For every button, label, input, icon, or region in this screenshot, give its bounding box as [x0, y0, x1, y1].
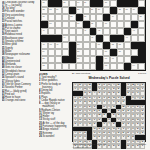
cell-number: 52 [112, 43, 114, 45]
byline: By Jack McInturff [72, 72, 90, 75]
black-square [83, 21, 90, 28]
grid-cell [76, 35, 83, 42]
grid-cell [138, 0, 145, 7]
grid-cell [62, 7, 69, 14]
cell-number: 37 [77, 22, 79, 24]
cell-number: 53 [119, 43, 121, 45]
solved-caption: Wednesday's Puzzle Solved [70, 76, 148, 80]
grid-cell [138, 21, 145, 28]
black-square [131, 21, 138, 28]
cell-number: 57 [119, 50, 121, 52]
grid-cell: 35 [138, 14, 145, 21]
grid-cell [48, 56, 55, 63]
grid-cell [48, 49, 55, 56]
grid-cell: 45 [90, 35, 97, 42]
grid-cell [131, 35, 138, 42]
grid-cell: 40 [41, 28, 48, 35]
grid-cell: 43 [131, 28, 138, 35]
grid-cell [124, 42, 131, 49]
cell-number: 38 [91, 22, 93, 24]
cell-number: 34 [112, 15, 114, 17]
grid-cell [69, 35, 76, 42]
grid-cell [83, 35, 90, 42]
grid-cell [124, 21, 131, 28]
grid-cell: 57 [117, 49, 124, 56]
cell-number: 44 [63, 36, 65, 38]
black-square [103, 42, 110, 49]
cell-number: 35 [139, 15, 141, 17]
black-square [69, 7, 76, 14]
cell-number: 43 [133, 29, 135, 31]
grid-cell: 21 [103, 0, 110, 7]
black-square [103, 14, 110, 21]
grid-cell: 50 [76, 42, 83, 49]
clue-item: 3 Prefix for body or business [39, 83, 71, 89]
cell-number: 42 [98, 29, 100, 31]
cell-number: 17 [42, 1, 44, 3]
black-square [62, 56, 69, 63]
grid-cell [62, 42, 69, 49]
cell-number: 18 [63, 1, 65, 3]
grid-cell [90, 56, 97, 63]
grid-cell [83, 7, 90, 14]
cell-number: 30 [133, 8, 135, 10]
grid-cell: 17 [41, 0, 48, 7]
black-square [55, 35, 62, 42]
grid-cell [110, 28, 117, 35]
grid-cell [69, 21, 76, 28]
cell-number: 33 [84, 15, 86, 17]
black-square [41, 35, 48, 42]
grid-cell [117, 14, 124, 21]
grid-cell: 47 [41, 42, 48, 49]
copyright: ©2008 Tribune Media Services, Inc. 1/10/… [72, 143, 146, 149]
grid-cell [96, 49, 103, 56]
cell-number: 32 [70, 15, 72, 17]
grid-cell [69, 63, 76, 70]
grid-cell: 58 [41, 56, 48, 63]
black-square [90, 28, 97, 35]
grid-cell: 49 [55, 42, 62, 49]
clue-item: 26 Scoundrel [39, 135, 71, 138]
solved-grid: ADAMSCRAMOBOELIRATEASERUNTSEASONEDEGOPER… [72, 82, 146, 143]
cell-number: 36 [49, 22, 51, 24]
cell-number: 26 [91, 8, 93, 10]
cell-number: 46 [126, 36, 128, 38]
cell-number: 62 [42, 64, 44, 66]
black-square [96, 56, 103, 63]
black-square [131, 42, 138, 49]
grid-cell: 27 [96, 7, 103, 14]
cell-number: 50 [77, 43, 79, 45]
cell-number: 56 [105, 50, 107, 52]
grid-cell [124, 14, 131, 21]
cell-number: 24 [56, 8, 58, 10]
grid-cell [76, 63, 83, 70]
cell-number: 48 [49, 43, 51, 45]
grid-cell: 52 [110, 42, 117, 49]
grid-cell [62, 49, 69, 56]
black-square [41, 21, 48, 28]
cell-number: 59 [77, 57, 79, 59]
copyright-line2: All Rights Reserved. [72, 146, 146, 149]
black-square [131, 0, 138, 7]
grid-cell [69, 0, 76, 7]
grid-cell [90, 42, 97, 49]
cell-number: 23 [49, 8, 51, 10]
grid-cell: 64 [131, 63, 138, 70]
byline-row: By Jack McInturff 1/10/08 [72, 72, 146, 75]
grid-cell [117, 56, 124, 63]
grid-cell [76, 28, 83, 35]
grid-cell [55, 63, 62, 70]
cell-number: 28 [119, 8, 121, 10]
black-square [138, 42, 145, 49]
cell-number: 51 [98, 43, 100, 45]
cell-number: 22 [42, 8, 44, 10]
cell-number: 21 [105, 1, 107, 3]
grid-cell [103, 28, 110, 35]
grid-cell [83, 63, 90, 70]
clue-item: 65 Orange-red stone [2, 99, 38, 102]
grid-cell [83, 56, 90, 63]
grid-cell: 32 [69, 14, 76, 21]
grid-cell [124, 56, 131, 63]
cell-number: 60 [105, 57, 107, 59]
grid-cell [55, 21, 62, 28]
grid-cell: 34 [110, 14, 117, 21]
grid-cell [96, 21, 103, 28]
grid-cell [48, 14, 55, 21]
grid-cell [55, 28, 62, 35]
grid-cell: 28 [117, 7, 124, 14]
grid-cell [90, 14, 97, 21]
grid-cell [62, 14, 69, 21]
grid-cell [48, 63, 55, 70]
black-square [110, 35, 117, 42]
grid-cell [55, 56, 62, 63]
black-square [138, 7, 145, 14]
cell-number: 31 [42, 15, 44, 17]
grid-cell: 53 [117, 42, 124, 49]
black-square [124, 0, 131, 7]
black-square [138, 56, 145, 63]
cell-number: 19 [77, 1, 79, 3]
grid-cell [138, 63, 145, 70]
grid-cell: 22 [41, 7, 48, 14]
black-square [96, 35, 103, 42]
down-clues-list: 1 Yard nearby?2 Wise goddess3 Prefix for… [39, 76, 71, 138]
grid-cell: 46 [124, 35, 131, 42]
grid-cell: 23 [48, 7, 55, 14]
clue-item: 8 — dog (husky or malamute) [39, 102, 71, 108]
grid-cell [55, 49, 62, 56]
grid-cell: 61 [110, 56, 117, 63]
cell-number: 39 [105, 22, 107, 24]
cell-number: 29 [126, 8, 128, 10]
black-square [96, 0, 103, 7]
grid-cell: 29 [124, 7, 131, 14]
grid-cell: 42 [96, 28, 103, 35]
black-square [124, 28, 131, 35]
grid-cell [117, 21, 124, 28]
black-square [69, 56, 76, 63]
grid-cell [110, 21, 117, 28]
grid-cell [117, 63, 124, 70]
black-square [48, 0, 55, 7]
black-square [131, 56, 138, 63]
grid-cell [55, 14, 62, 21]
grid-cell: 39 [103, 21, 110, 28]
black-square [138, 49, 145, 56]
grid-cell [62, 63, 69, 70]
grid-cell: 55 [76, 49, 83, 56]
grid-cell [103, 7, 110, 14]
grid-cell [62, 28, 69, 35]
cell-number: 64 [133, 64, 135, 66]
grid-cell: 38 [90, 21, 97, 28]
cell-number: 25 [77, 8, 79, 10]
grid-cell: 63 [103, 63, 110, 70]
grid-cell: 18 [62, 0, 69, 7]
grid-cell: 19 [76, 0, 83, 7]
puzzle-date: 1/10/08 [138, 72, 146, 75]
black-square [117, 35, 124, 42]
crossword-grid: 1718192021222324252627282930313233343536… [40, 0, 146, 71]
grid-cell: 62 [41, 63, 48, 70]
black-square [48, 35, 55, 42]
grid-cell [131, 49, 138, 56]
grid-cell [110, 63, 117, 70]
black-square [69, 42, 76, 49]
grid-cell: 30 [131, 7, 138, 14]
across-clues-column: 16 Chocolate-coconut candy17 In — (actua… [2, 1, 38, 150]
black-square [96, 63, 103, 70]
cell-number: 20 [84, 1, 86, 3]
grid-cell: 59 [76, 56, 83, 63]
grid-cell: 56 [103, 49, 110, 56]
cell-number: 63 [105, 64, 107, 66]
grid-cell: 25 [76, 7, 83, 14]
grid-cell [96, 14, 103, 21]
black-square [117, 0, 124, 7]
grid-cell: 41 [83, 28, 90, 35]
grid-cell [110, 0, 117, 7]
grid-cell [48, 28, 55, 35]
grid-cell: 26 [90, 7, 97, 14]
grid-cell [62, 21, 69, 28]
grid-cell: 33 [83, 14, 90, 21]
grid-cell [83, 49, 90, 56]
cell-number: 54 [42, 50, 44, 52]
grid-cell [69, 28, 76, 35]
grid-cell [90, 49, 97, 56]
grid-cell: 48 [48, 42, 55, 49]
grid-cell: 37 [76, 21, 83, 28]
black-square [110, 49, 117, 56]
black-square [90, 0, 97, 7]
solved-date: 1/10/08 [139, 143, 146, 146]
grid-cell [131, 14, 138, 21]
grid-cell: 24 [55, 7, 62, 14]
grid-cell: 51 [96, 42, 103, 49]
cell-number: 55 [77, 50, 79, 52]
grid-cell: 36 [48, 21, 55, 28]
black-square [55, 0, 62, 7]
down-clues-column: DOWN 1 Yard nearby?2 Wise goddess3 Prefi… [39, 73, 71, 150]
cell-number: 40 [42, 29, 44, 31]
black-square [76, 14, 83, 21]
cell-number: 47 [42, 43, 44, 45]
grid-cell [124, 49, 131, 56]
black-square [124, 63, 131, 70]
grid-cell: 54 [41, 49, 48, 56]
cell-number: 58 [42, 57, 44, 59]
cell-number: 27 [98, 8, 100, 10]
grid-cell [103, 35, 110, 42]
grid-cell: 44 [62, 35, 69, 42]
cell-number: 41 [84, 29, 86, 31]
grid-cell [117, 28, 124, 35]
grid-cell: 20 [83, 0, 90, 7]
grid-cell [83, 42, 90, 49]
grid-cell: 60 [103, 56, 110, 63]
grid-cell [138, 35, 145, 42]
grid-cell [138, 28, 145, 35]
cell-number: 45 [91, 36, 93, 38]
cell-number: 49 [56, 43, 58, 45]
black-square [69, 49, 76, 56]
black-square [110, 7, 117, 14]
grid-cell [90, 63, 97, 70]
grid-cell: 31 [41, 14, 48, 21]
cell-number: 61 [112, 57, 114, 59]
